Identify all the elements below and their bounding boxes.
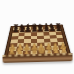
chess-board-grid: ♜♞♝♛♚♝♞♜♟♟♟♟♟♟♟♟♟♟♟♟♟♟♟♟♜♞♝♛♚♝♞♜	[8, 26, 67, 55]
chess-set-photo: ♜♞♝♛♚♝♞♜♟♟♟♟♟♟♟♟♟♟♟♟♟♟♟♟♜♞♝♛♚♝♞♜	[0, 0, 74, 74]
chess-box-side-panel	[3, 55, 73, 63]
photo-tilt-wrapper: ♜♞♝♛♚♝♞♜♟♟♟♟♟♟♟♟♟♟♟♟♟♟♟♟♜♞♝♛♚♝♞♜	[0, 0, 74, 74]
